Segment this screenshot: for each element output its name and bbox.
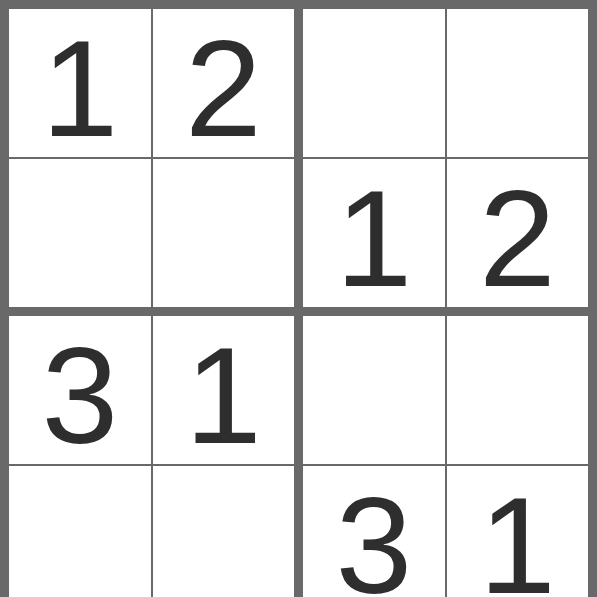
box-top-right: 1 2 xyxy=(303,9,588,307)
cell-r1c2[interactable]: 2 xyxy=(153,9,295,157)
cell-r1c4[interactable] xyxy=(447,9,589,157)
cell-r2c1[interactable] xyxy=(9,159,151,307)
cell-r2c4[interactable]: 2 xyxy=(447,159,589,307)
cell-r2c2[interactable] xyxy=(153,159,295,307)
cell-r3c4[interactable] xyxy=(447,316,589,464)
cell-r4c3[interactable]: 3 xyxy=(303,466,445,597)
cell-r3c2[interactable]: 1 xyxy=(153,316,295,464)
cell-r4c2[interactable] xyxy=(153,466,295,597)
cell-r2c3[interactable]: 1 xyxy=(303,159,445,307)
cell-r3c1[interactable]: 3 xyxy=(9,316,151,464)
box-bottom-right: 3 1 xyxy=(303,316,588,597)
sudoku-board: 1 2 1 2 3 1 3 1 xyxy=(0,0,597,597)
cell-r4c1[interactable] xyxy=(9,466,151,597)
box-bottom-left: 3 1 xyxy=(9,316,294,597)
cell-r1c1[interactable]: 1 xyxy=(9,9,151,157)
cell-r3c3[interactable] xyxy=(303,316,445,464)
box-top-left: 1 2 xyxy=(9,9,294,307)
cell-r1c3[interactable] xyxy=(303,9,445,157)
cell-r4c4[interactable]: 1 xyxy=(447,466,589,597)
